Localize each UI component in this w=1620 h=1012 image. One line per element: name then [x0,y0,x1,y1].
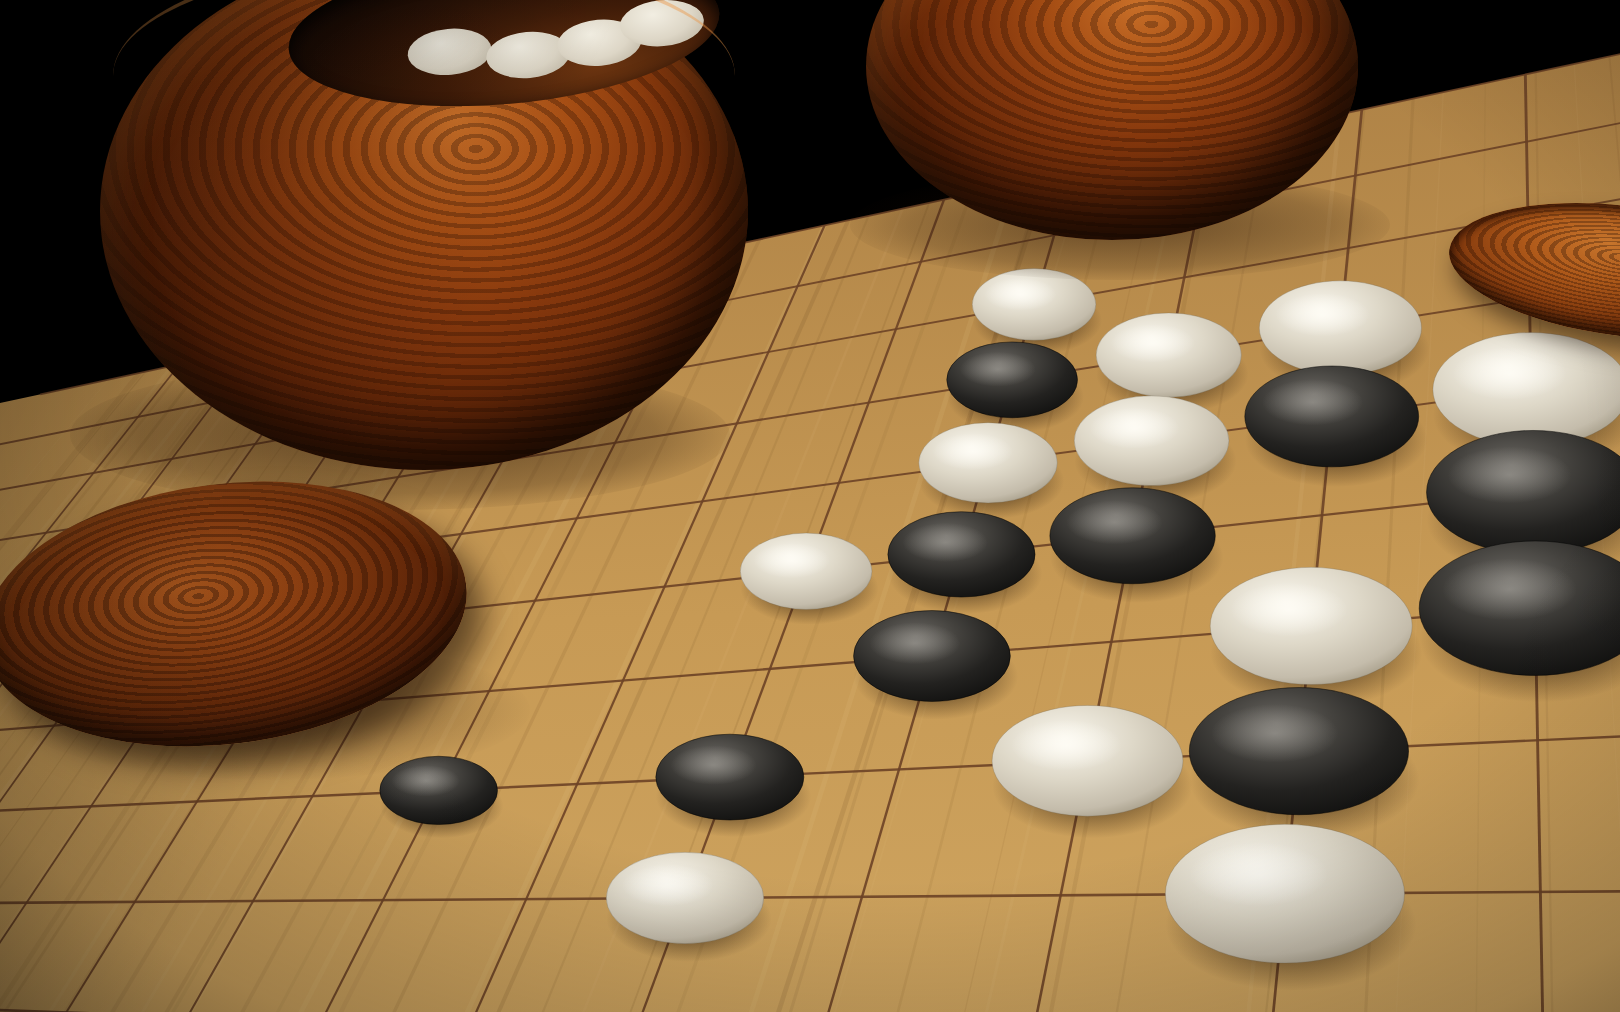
bowl-stone-white [484,28,572,81]
bowl-stone-white [618,0,706,50]
stone-black[interactable] [1419,541,1620,702]
go-scene [0,0,1620,1012]
bowl-opening [282,0,725,123]
bowl-stone-white [556,16,644,69]
bowl-stone-white [406,25,494,78]
